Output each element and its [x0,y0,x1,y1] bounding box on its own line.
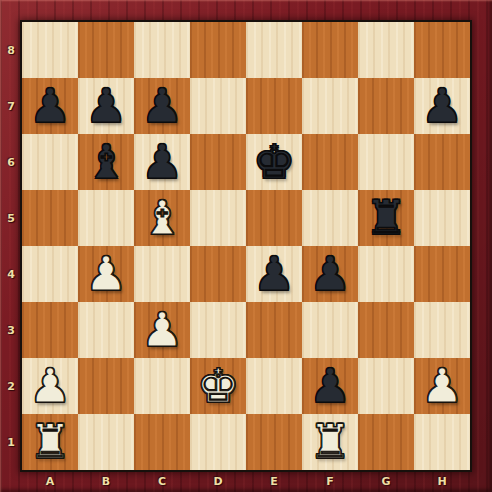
square-g3[interactable] [358,302,414,358]
piece-black-pawn[interactable]: ♟ [253,250,295,297]
square-h7[interactable]: ♟ [414,78,470,134]
square-d6[interactable] [190,134,246,190]
square-h1[interactable] [414,414,470,470]
piece-white-rook[interactable]: ♜ [29,418,71,465]
piece-black-rook[interactable]: ♜ [365,194,407,241]
square-c2[interactable] [134,358,190,414]
piece-white-king[interactable]: ♚ [197,362,239,409]
square-d5[interactable] [190,190,246,246]
piece-white-bishop[interactable]: ♝ [141,194,183,241]
square-b7[interactable]: ♟ [78,78,134,134]
square-c5[interactable]: ♝ [134,190,190,246]
file-label-c: C [134,470,190,492]
square-b1[interactable] [78,414,134,470]
square-c8[interactable] [134,22,190,78]
square-e7[interactable] [246,78,302,134]
chess-board: ♟♟♟♟♝♟♚♝♜♟♟♟♟♟♚♟♟♜♜ [22,22,470,470]
square-c7[interactable]: ♟ [134,78,190,134]
square-e5[interactable] [246,190,302,246]
square-a7[interactable]: ♟ [22,78,78,134]
square-g2[interactable] [358,358,414,414]
square-e1[interactable] [246,414,302,470]
square-e2[interactable] [246,358,302,414]
piece-black-pawn[interactable]: ♟ [309,250,351,297]
square-b6[interactable]: ♝ [78,134,134,190]
rank-label-6: 6 [0,134,22,190]
square-f3[interactable] [302,302,358,358]
square-a3[interactable] [22,302,78,358]
square-h2[interactable]: ♟ [414,358,470,414]
square-f6[interactable] [302,134,358,190]
square-d8[interactable] [190,22,246,78]
square-e6[interactable]: ♚ [246,134,302,190]
square-d4[interactable] [190,246,246,302]
rank-label-4: 4 [0,246,22,302]
piece-white-pawn[interactable]: ♟ [421,362,463,409]
square-b3[interactable] [78,302,134,358]
square-f7[interactable] [302,78,358,134]
square-g6[interactable] [358,134,414,190]
rank-label-8: 8 [0,22,22,78]
rank-label-5: 5 [0,190,22,246]
piece-black-bishop[interactable]: ♝ [85,138,127,185]
square-b5[interactable] [78,190,134,246]
square-e8[interactable] [246,22,302,78]
piece-black-pawn[interactable]: ♟ [141,138,183,185]
square-b8[interactable] [78,22,134,78]
square-g8[interactable] [358,22,414,78]
piece-black-king[interactable]: ♚ [253,138,295,185]
piece-black-pawn[interactable]: ♟ [85,82,127,129]
square-h4[interactable] [414,246,470,302]
rank-label-2: 2 [0,358,22,414]
rank-label-7: 7 [0,78,22,134]
piece-black-pawn[interactable]: ♟ [29,82,71,129]
rank-labels: 87654321 [0,22,22,470]
square-g5[interactable]: ♜ [358,190,414,246]
square-a6[interactable] [22,134,78,190]
square-g7[interactable] [358,78,414,134]
square-c3[interactable]: ♟ [134,302,190,358]
square-d7[interactable] [190,78,246,134]
square-f2[interactable]: ♟ [302,358,358,414]
square-a2[interactable]: ♟ [22,358,78,414]
square-a4[interactable] [22,246,78,302]
piece-white-pawn[interactable]: ♟ [141,306,183,353]
square-c6[interactable]: ♟ [134,134,190,190]
file-label-g: G [358,470,414,492]
square-c1[interactable] [134,414,190,470]
square-a1[interactable]: ♜ [22,414,78,470]
piece-white-rook[interactable]: ♜ [309,418,351,465]
square-c4[interactable] [134,246,190,302]
piece-black-pawn[interactable]: ♟ [141,82,183,129]
file-label-e: E [246,470,302,492]
square-a8[interactable] [22,22,78,78]
square-f5[interactable] [302,190,358,246]
rank-label-3: 3 [0,302,22,358]
square-e3[interactable] [246,302,302,358]
square-g4[interactable] [358,246,414,302]
file-label-f: F [302,470,358,492]
square-d2[interactable]: ♚ [190,358,246,414]
square-b2[interactable] [78,358,134,414]
file-label-h: H [414,470,470,492]
square-a5[interactable] [22,190,78,246]
square-d1[interactable] [190,414,246,470]
piece-black-pawn[interactable]: ♟ [309,362,351,409]
piece-black-pawn[interactable]: ♟ [421,82,463,129]
square-h3[interactable] [414,302,470,358]
file-labels: ABCDEFGH [22,470,470,492]
square-g1[interactable] [358,414,414,470]
square-h6[interactable] [414,134,470,190]
square-h5[interactable] [414,190,470,246]
square-f4[interactable]: ♟ [302,246,358,302]
file-label-a: A [22,470,78,492]
square-f8[interactable] [302,22,358,78]
square-b4[interactable]: ♟ [78,246,134,302]
piece-white-pawn[interactable]: ♟ [85,250,127,297]
file-label-b: B [78,470,134,492]
piece-white-pawn[interactable]: ♟ [29,362,71,409]
square-e4[interactable]: ♟ [246,246,302,302]
square-d3[interactable] [190,302,246,358]
square-h8[interactable] [414,22,470,78]
square-f1[interactable]: ♜ [302,414,358,470]
file-label-d: D [190,470,246,492]
rank-label-1: 1 [0,414,22,470]
board-frame: ♟♟♟♟♝♟♚♝♜♟♟♟♟♟♚♟♟♜♜ 87654321 ABCDEFGH [0,0,492,492]
